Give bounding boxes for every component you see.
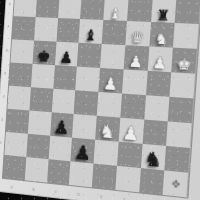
square-h2 (165, 146, 191, 173)
board-playing-area: ♝♜♝♛♞♚♟♟♟♚♟♟♞♟♟♞❖ (2, 0, 200, 199)
square-b6: ♚ (32, 40, 56, 65)
file-label-b: B (32, 186, 36, 191)
square-a2 (4, 132, 27, 157)
square-d8 (80, 0, 105, 20)
file-label-a: A (10, 184, 14, 189)
chess-board: 87654321 ♝♜♝♛♞♚♟♟♟♚♟♟♞♟♟♞❖ ABCDEFGH CHES… (0, 0, 200, 200)
square-d6 (77, 43, 102, 68)
square-d1 (69, 161, 93, 187)
white-knight-piece: ♞ (154, 31, 169, 47)
square-f4 (120, 94, 145, 120)
square-b8 (35, 0, 59, 18)
chessboard-photo: 87654321 ♝♜♝♛♞♚♟♟♟♚♟♟♞♟♟♞❖ ABCDEFGH CHES… (0, 0, 200, 200)
board-brand-text: CHESS (199, 33, 200, 67)
square-a7 (12, 16, 35, 40)
black-pawn-piece: ♟ (59, 50, 74, 66)
white-pawn-piece: ♟ (122, 123, 140, 143)
square-c5 (53, 65, 77, 90)
square-d3 (72, 114, 97, 140)
square-b2 (26, 134, 50, 159)
square-c6: ♟ (54, 42, 78, 67)
square-a4 (7, 86, 30, 111)
square-b5 (31, 64, 55, 89)
white-pawn-piece: ♟ (152, 55, 168, 72)
white-queen-piece: ♛ (130, 30, 144, 46)
board-corner-emblem-icon: ❖ (170, 178, 181, 190)
white-pawn-piece: ♟ (103, 75, 119, 93)
square-b7 (34, 17, 58, 42)
square-e8: ♝ (103, 0, 128, 21)
square-g2: ♞ (140, 144, 166, 171)
square-e4 (97, 92, 122, 118)
board-grid: ♝♜♝♛♞♚♟♟♟♚♟♟♞♟♟♞❖ (3, 0, 200, 197)
square-a1 (3, 155, 26, 180)
square-a3 (6, 109, 29, 134)
square-d2: ♟ (71, 138, 95, 164)
rank-label-3: 3 (1, 116, 4, 121)
rank-label-6: 6 (5, 47, 8, 52)
square-a8 (14, 0, 37, 17)
square-b1 (25, 157, 49, 183)
square-g8: ♜ (151, 0, 177, 23)
rank-label-7: 7 (7, 24, 10, 29)
square-f3: ♟ (118, 118, 143, 144)
square-f1 (115, 166, 140, 193)
white-knight-piece: ♞ (99, 122, 117, 142)
file-label-g: G (146, 199, 151, 200)
square-f7: ♛ (125, 21, 151, 46)
file-label-f: F (123, 196, 127, 200)
square-d5 (75, 67, 100, 92)
square-h3 (166, 121, 192, 148)
square-f6: ♟ (123, 45, 148, 71)
square-h1: ❖ (163, 170, 189, 197)
file-label-d: D (77, 191, 81, 196)
square-a6 (10, 39, 33, 63)
black-knight-piece: ♞ (144, 149, 163, 170)
square-h6: ♚ (171, 48, 197, 74)
square-c7 (56, 18, 80, 43)
square-f2 (117, 142, 142, 168)
square-f8 (127, 0, 153, 22)
black-pawn-piece: ♟ (53, 118, 70, 137)
rank-label-5: 5 (4, 70, 7, 75)
square-h5 (170, 72, 196, 98)
rank-label-4: 4 (2, 93, 5, 98)
file-label-e: E (100, 194, 104, 199)
rank-label-8: 8 (8, 1, 11, 6)
square-g1 (139, 168, 165, 195)
square-c2 (48, 136, 72, 162)
white-pawn-piece: ♟ (128, 54, 143, 71)
square-e1 (92, 164, 117, 190)
square-h4 (168, 97, 194, 123)
square-b4 (29, 87, 53, 112)
square-c3: ♟ (50, 112, 74, 137)
black-king-piece: ♚ (37, 49, 51, 65)
black-pawn-piece: ♟ (74, 142, 92, 163)
square-h7 (173, 23, 199, 49)
file-label-c: C (54, 189, 58, 194)
square-e5: ♟ (98, 68, 123, 94)
white-bishop-piece: ♝ (109, 6, 122, 21)
square-e2 (93, 140, 118, 166)
square-f5 (122, 69, 147, 95)
square-a5 (9, 63, 32, 88)
square-e3: ♞ (95, 116, 120, 142)
square-c1 (47, 159, 71, 185)
black-rook-piece: ♜ (156, 8, 170, 23)
square-b3 (28, 110, 52, 135)
black-bishop-piece: ♝ (84, 28, 98, 43)
square-e7 (102, 20, 127, 45)
square-g6: ♟ (147, 46, 173, 72)
square-c8 (58, 0, 82, 19)
square-g3 (142, 119, 168, 145)
square-d7: ♝ (79, 19, 104, 44)
square-g4 (144, 95, 170, 121)
white-king-piece: ♚ (176, 56, 192, 73)
square-c4 (51, 89, 75, 114)
square-h8 (175, 0, 200, 24)
square-g5 (146, 71, 172, 97)
square-g7: ♞ (149, 22, 175, 48)
square-e6 (100, 44, 125, 69)
rank-label-2: 2 (0, 139, 2, 144)
square-d4 (74, 90, 99, 116)
